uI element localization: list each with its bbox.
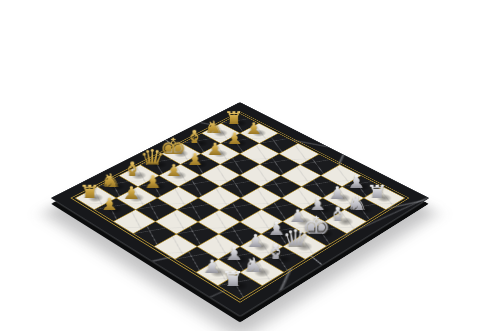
piece-silver-knight: ♞ — [242, 254, 267, 282]
piece-silver-rook: ♜ — [366, 182, 388, 207]
piece-silver-bishop: ♝ — [263, 241, 289, 270]
piece-gold-pawn: ♟ — [100, 196, 119, 217]
piece-silver-pawn: ♟ — [202, 258, 222, 280]
board-scene: ♜♞♝♛♚♝♞♜♟♟♟♟♟♟♟♟♟♟♟♟♟♟♟♟♜♞♝♛♚♝♞♜ — [0, 0, 500, 331]
piece-silver-pawn: ♟ — [224, 245, 244, 267]
pieces-layer: ♜♞♝♛♚♝♞♜♟♟♟♟♟♟♟♟♟♟♟♟♟♟♟♟♜♞♝♛♚♝♞♜ — [52, 103, 428, 316]
product-photo: ♜♞♝♛♚♝♞♜♟♟♟♟♟♟♟♟♟♟♟♟♟♟♟♟♜♞♝♛♚♝♞♜ — [0, 0, 500, 331]
piece-gold-pawn: ♟ — [245, 120, 263, 140]
piece-gold-knight: ♞ — [99, 170, 122, 196]
chess-board: ♜♞♝♛♚♝♞♜♟♟♟♟♟♟♟♟♟♟♟♟♟♟♟♟♜♞♝♛♚♝♞♜ — [50, 102, 429, 317]
piece-gold-pawn: ♟ — [206, 141, 224, 161]
piece-gold-pawn: ♟ — [226, 131, 244, 151]
piece-gold-pawn: ♟ — [144, 173, 163, 194]
piece-silver-rook: ♜ — [221, 268, 245, 295]
piece-gold-bishop: ♝ — [120, 158, 144, 184]
